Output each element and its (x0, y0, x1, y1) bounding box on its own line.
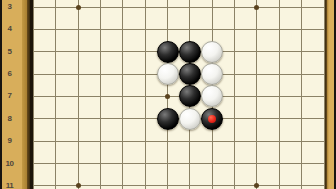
white-stone (179, 108, 201, 130)
row-label: 8 (1, 114, 18, 124)
star-point (76, 5, 81, 10)
row-label: 3 (1, 2, 18, 12)
row-label: 7 (1, 91, 18, 101)
star-point (165, 94, 170, 99)
black-stone (157, 41, 179, 63)
black-stone (179, 41, 201, 63)
row-label: 10 (1, 159, 18, 169)
row-label: 4 (1, 24, 18, 34)
board-frame-right (325, 0, 336, 189)
black-stone (201, 108, 223, 130)
white-stone (157, 63, 179, 85)
row-label: 6 (1, 69, 18, 79)
gomoku-board-screen: 34567891011 (0, 0, 336, 189)
black-stone (179, 63, 201, 85)
last-move-marker (208, 115, 216, 123)
white-stone (201, 41, 223, 63)
row-label: 11 (1, 181, 18, 189)
row-label: 9 (1, 136, 18, 146)
black-stone (157, 108, 179, 130)
row-label: 5 (1, 47, 18, 57)
